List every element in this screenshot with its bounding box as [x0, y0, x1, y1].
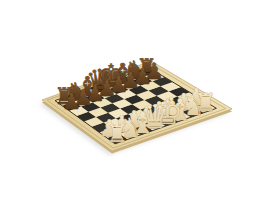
piece-black-pawn-a7: ♟ — [62, 89, 82, 114]
piece-white-rook-a1: ♜ — [106, 119, 128, 148]
chess-set-product-photo: ♜♞♟♝♟♚♟♛♟♝♟♞♟♜♟♟♟♟♜♟♞♟♝♟♚♟♛♟♝♟♞♜ — [0, 0, 270, 210]
chess-board: ♜♞♟♝♟♚♟♛♟♝♟♞♟♜♟♟♟♟♜♟♞♟♝♟♚♟♛♟♝♟♞♜ — [0, 0, 270, 210]
